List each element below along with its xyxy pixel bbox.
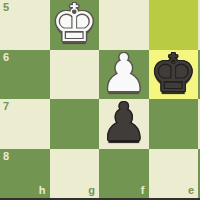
square-e8[interactable]: e bbox=[149, 149, 199, 199]
rank-label-7: 7 bbox=[3, 101, 9, 112]
chess-board[interactable]: 5♚6♟♚7♟8hgfe bbox=[0, 0, 198, 198]
rank-label-6: 6 bbox=[3, 52, 9, 63]
edge-sliver-light bbox=[198, 0, 200, 50]
edge-sliver-light bbox=[198, 99, 200, 149]
square-g8[interactable]: g bbox=[50, 149, 100, 199]
chess-app-screen: 5♚6♟♚7♟8hgfe bbox=[0, 0, 200, 200]
square-e6[interactable]: ♚ bbox=[149, 50, 199, 100]
white-king-icon[interactable]: ♚ bbox=[51, 0, 98, 49]
file-label-f: f bbox=[141, 185, 145, 196]
rank-label-8: 8 bbox=[3, 151, 9, 162]
square-f7[interactable]: ♟ bbox=[99, 99, 149, 149]
white-pawn-icon[interactable]: ♟ bbox=[100, 49, 147, 99]
file-label-h: h bbox=[39, 185, 46, 196]
square-h5[interactable]: 5 bbox=[0, 0, 50, 50]
square-e7[interactable] bbox=[149, 99, 199, 149]
square-h7[interactable]: 7 bbox=[0, 99, 50, 149]
file-label-e: e bbox=[188, 185, 194, 196]
black-king-icon[interactable]: ♚ bbox=[150, 49, 197, 99]
square-g7[interactable] bbox=[50, 99, 100, 149]
square-h6[interactable]: 6 bbox=[0, 50, 50, 100]
square-h8[interactable]: 8h bbox=[0, 149, 50, 199]
square-g6[interactable] bbox=[50, 50, 100, 100]
square-f8[interactable]: f bbox=[99, 149, 149, 199]
file-label-g: g bbox=[88, 185, 95, 196]
page-background-edge bbox=[0, 198, 200, 200]
square-g5[interactable]: ♚ bbox=[50, 0, 100, 50]
edge-sliver-dark bbox=[198, 50, 200, 100]
board-edge-slivers bbox=[198, 0, 200, 198]
black-pawn-icon[interactable]: ♟ bbox=[100, 98, 147, 148]
rank-label-5: 5 bbox=[3, 2, 9, 13]
edge-sliver-dark bbox=[198, 149, 200, 199]
